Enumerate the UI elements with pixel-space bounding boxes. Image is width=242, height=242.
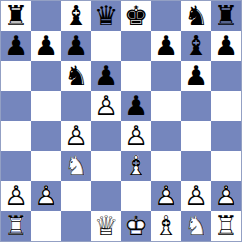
black-knight[interactable]: ♞ bbox=[61, 61, 91, 91]
square-f3[interactable] bbox=[151, 151, 181, 181]
square-d5[interactable]: ♟♙ bbox=[91, 91, 121, 121]
square-a7[interactable]: ♟ bbox=[1, 31, 31, 61]
square-a6[interactable] bbox=[1, 61, 31, 91]
black-king[interactable]: ♚ bbox=[121, 1, 151, 31]
black-pawn[interactable]: ♟ bbox=[211, 31, 241, 61]
white-knight-outline: ♘ bbox=[181, 211, 211, 241]
square-g5[interactable] bbox=[181, 91, 211, 121]
black-pawn[interactable]: ♟ bbox=[151, 31, 181, 61]
white-pawn[interactable]: ♟♙ bbox=[31, 181, 61, 211]
square-b8[interactable] bbox=[31, 1, 61, 31]
square-e8[interactable]: ♚ bbox=[121, 1, 151, 31]
black-bishop[interactable]: ♝ bbox=[181, 31, 211, 61]
white-pawn-outline: ♙ bbox=[91, 91, 121, 121]
white-knight[interactable]: ♞♘ bbox=[61, 151, 91, 181]
square-h5[interactable] bbox=[211, 91, 241, 121]
white-rook-outline: ♖ bbox=[211, 211, 241, 241]
square-f4[interactable] bbox=[151, 121, 181, 151]
square-d3[interactable] bbox=[91, 151, 121, 181]
square-d6[interactable]: ♟ bbox=[91, 61, 121, 91]
square-e6[interactable] bbox=[121, 61, 151, 91]
black-bishop[interactable]: ♝ bbox=[61, 1, 91, 31]
black-pawn[interactable]: ♟ bbox=[61, 31, 91, 61]
square-f6[interactable] bbox=[151, 61, 181, 91]
square-g6[interactable]: ♟ bbox=[181, 61, 211, 91]
square-f5[interactable] bbox=[151, 91, 181, 121]
black-pawn[interactable]: ♟ bbox=[121, 91, 151, 121]
white-pawn[interactable]: ♟♙ bbox=[91, 91, 121, 121]
square-b7[interactable]: ♟ bbox=[31, 31, 61, 61]
square-g7[interactable]: ♝ bbox=[181, 31, 211, 61]
white-king[interactable]: ♚♔ bbox=[121, 211, 151, 241]
white-bishop[interactable]: ♝♗ bbox=[151, 211, 181, 241]
square-d1[interactable]: ♛♕ bbox=[91, 211, 121, 241]
square-c2[interactable] bbox=[61, 181, 91, 211]
white-pawn[interactable]: ♟♙ bbox=[211, 181, 241, 211]
square-b3[interactable] bbox=[31, 151, 61, 181]
board-container: ♜♝♛♚♞♜♟♟♟♟♝♟♞♟♟♟♙♟♟♙♟♙♞♘♝♗♟♙♟♙♟♙♟♙♟♙♜♖♛♕… bbox=[0, 0, 242, 242]
square-e4[interactable]: ♟♙ bbox=[121, 121, 151, 151]
square-d4[interactable] bbox=[91, 121, 121, 151]
white-queen-outline: ♕ bbox=[91, 211, 121, 241]
white-knight-outline: ♘ bbox=[61, 151, 91, 181]
square-b4[interactable] bbox=[31, 121, 61, 151]
square-h6[interactable] bbox=[211, 61, 241, 91]
square-c6[interactable]: ♞ bbox=[61, 61, 91, 91]
white-pawn-outline: ♙ bbox=[121, 121, 151, 151]
square-d2[interactable] bbox=[91, 181, 121, 211]
square-b1[interactable] bbox=[31, 211, 61, 241]
square-e3[interactable]: ♝♗ bbox=[121, 151, 151, 181]
square-c4[interactable]: ♟♙ bbox=[61, 121, 91, 151]
white-pawn[interactable]: ♟♙ bbox=[61, 121, 91, 151]
square-c8[interactable]: ♝ bbox=[61, 1, 91, 31]
white-bishop-outline: ♗ bbox=[121, 151, 151, 181]
square-h3[interactable] bbox=[211, 151, 241, 181]
square-a5[interactable] bbox=[1, 91, 31, 121]
white-bishop-outline: ♗ bbox=[151, 211, 181, 241]
white-pawn-outline: ♙ bbox=[31, 181, 61, 211]
square-f1[interactable]: ♝♗ bbox=[151, 211, 181, 241]
square-a4[interactable] bbox=[1, 121, 31, 151]
square-c7[interactable]: ♟ bbox=[61, 31, 91, 61]
square-e7[interactable] bbox=[121, 31, 151, 61]
black-pawn[interactable]: ♟ bbox=[1, 31, 31, 61]
white-pawn[interactable]: ♟♙ bbox=[1, 181, 31, 211]
white-rook[interactable]: ♜♖ bbox=[211, 211, 241, 241]
square-d7[interactable] bbox=[91, 31, 121, 61]
square-f2[interactable]: ♟♙ bbox=[151, 181, 181, 211]
black-pawn[interactable]: ♟ bbox=[31, 31, 61, 61]
white-pawn-outline: ♙ bbox=[1, 181, 31, 211]
square-d8[interactable]: ♛ bbox=[91, 1, 121, 31]
white-pawn-outline: ♙ bbox=[151, 181, 181, 211]
black-rook[interactable]: ♜ bbox=[1, 1, 31, 31]
white-pawn[interactable]: ♟♙ bbox=[121, 121, 151, 151]
white-queen[interactable]: ♛♕ bbox=[91, 211, 121, 241]
white-pawn-outline: ♙ bbox=[61, 121, 91, 151]
square-g3[interactable] bbox=[181, 151, 211, 181]
white-bishop[interactable]: ♝♗ bbox=[121, 151, 151, 181]
white-pawn-outline: ♙ bbox=[181, 181, 211, 211]
square-h8[interactable]: ♜ bbox=[211, 1, 241, 31]
white-pawn[interactable]: ♟♙ bbox=[151, 181, 181, 211]
square-b6[interactable] bbox=[31, 61, 61, 91]
square-e5[interactable]: ♟ bbox=[121, 91, 151, 121]
square-h1[interactable]: ♜♖ bbox=[211, 211, 241, 241]
white-pawn-outline: ♙ bbox=[211, 181, 241, 211]
white-rook-outline: ♖ bbox=[1, 211, 31, 241]
white-pawn[interactable]: ♟♙ bbox=[181, 181, 211, 211]
square-h7[interactable]: ♟ bbox=[211, 31, 241, 61]
square-a8[interactable]: ♜ bbox=[1, 1, 31, 31]
chess-board: ♜♝♛♚♞♜♟♟♟♟♝♟♞♟♟♟♙♟♟♙♟♙♞♘♝♗♟♙♟♙♟♙♟♙♟♙♜♖♛♕… bbox=[0, 0, 242, 242]
square-b2[interactable]: ♟♙ bbox=[31, 181, 61, 211]
black-pawn[interactable]: ♟ bbox=[91, 61, 121, 91]
square-g8[interactable]: ♞ bbox=[181, 1, 211, 31]
square-a2[interactable]: ♟♙ bbox=[1, 181, 31, 211]
square-a3[interactable] bbox=[1, 151, 31, 181]
square-c5[interactable] bbox=[61, 91, 91, 121]
square-g1[interactable]: ♞♘ bbox=[181, 211, 211, 241]
square-c1[interactable] bbox=[61, 211, 91, 241]
black-knight[interactable]: ♞ bbox=[181, 1, 211, 31]
square-c3[interactable]: ♞♘ bbox=[61, 151, 91, 181]
white-rook[interactable]: ♜♖ bbox=[1, 211, 31, 241]
square-g4[interactable] bbox=[181, 121, 211, 151]
square-f8[interactable] bbox=[151, 1, 181, 31]
square-g2[interactable]: ♟♙ bbox=[181, 181, 211, 211]
square-b5[interactable] bbox=[31, 91, 61, 121]
square-h4[interactable] bbox=[211, 121, 241, 151]
white-knight[interactable]: ♞♘ bbox=[181, 211, 211, 241]
black-pawn[interactable]: ♟ bbox=[181, 61, 211, 91]
black-queen[interactable]: ♛ bbox=[91, 1, 121, 31]
black-rook[interactable]: ♜ bbox=[211, 1, 241, 31]
square-e1[interactable]: ♚♔ bbox=[121, 211, 151, 241]
square-h2[interactable]: ♟♙ bbox=[211, 181, 241, 211]
white-king-outline: ♔ bbox=[121, 211, 151, 241]
square-a1[interactable]: ♜♖ bbox=[1, 211, 31, 241]
square-e2[interactable] bbox=[121, 181, 151, 211]
square-f7[interactable]: ♟ bbox=[151, 31, 181, 61]
